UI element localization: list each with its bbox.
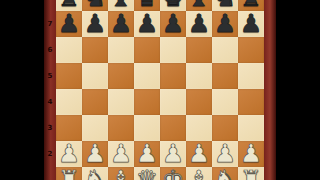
piece-white-knight[interactable]: ♞ — [84, 167, 106, 180]
square-f6[interactable] — [186, 37, 212, 63]
rank-label-6: 6 — [44, 46, 56, 55]
square-e5[interactable] — [160, 63, 186, 89]
square-b6[interactable] — [82, 37, 108, 63]
square-g5[interactable] — [212, 63, 238, 89]
piece-black-pawn[interactable]: ♟ — [214, 11, 236, 37]
square-f2[interactable]: ♟ — [186, 141, 212, 167]
piece-white-pawn[interactable]: ♟ — [188, 141, 210, 167]
rank-label-7: 7 — [44, 20, 56, 29]
square-e7[interactable]: ♟ — [160, 11, 186, 37]
square-c4[interactable] — [108, 89, 134, 115]
square-f4[interactable] — [186, 89, 212, 115]
square-d2[interactable]: ♟ — [134, 141, 160, 167]
piece-black-pawn[interactable]: ♟ — [136, 11, 158, 37]
piece-white-bishop[interactable]: ♝ — [110, 167, 132, 180]
square-h7[interactable]: ♟ — [238, 11, 264, 37]
square-f7[interactable]: ♟ — [186, 11, 212, 37]
square-e1[interactable]: ♚ — [160, 167, 186, 180]
square-e6[interactable] — [160, 37, 186, 63]
square-g1[interactable]: ♞ — [212, 167, 238, 180]
square-d5[interactable] — [134, 63, 160, 89]
piece-white-pawn[interactable]: ♟ — [110, 141, 132, 167]
board-frame-right — [264, 0, 276, 180]
square-e2[interactable]: ♟ — [160, 141, 186, 167]
square-a3[interactable] — [56, 115, 82, 141]
piece-white-pawn[interactable]: ♟ — [214, 141, 236, 167]
square-h4[interactable] — [238, 89, 264, 115]
piece-black-pawn[interactable]: ♟ — [162, 11, 184, 37]
piece-white-knight[interactable]: ♞ — [214, 167, 236, 180]
square-a2[interactable]: ♟ — [56, 141, 82, 167]
square-c7[interactable]: ♟ — [108, 11, 134, 37]
piece-black-pawn[interactable]: ♟ — [188, 11, 210, 37]
piece-white-queen[interactable]: ♛ — [136, 167, 158, 180]
square-h1[interactable]: ♜ — [238, 167, 264, 180]
piece-white-pawn[interactable]: ♟ — [240, 141, 262, 167]
square-g7[interactable]: ♟ — [212, 11, 238, 37]
square-d7[interactable]: ♟ — [134, 11, 160, 37]
piece-black-pawn[interactable]: ♟ — [84, 11, 106, 37]
piece-white-pawn[interactable]: ♟ — [84, 141, 106, 167]
square-h6[interactable] — [238, 37, 264, 63]
square-g3[interactable] — [212, 115, 238, 141]
square-f5[interactable] — [186, 63, 212, 89]
square-b5[interactable] — [82, 63, 108, 89]
piece-white-pawn[interactable]: ♟ — [136, 141, 158, 167]
square-d4[interactable] — [134, 89, 160, 115]
square-f1[interactable]: ♝ — [186, 167, 212, 180]
piece-black-pawn[interactable]: ♟ — [240, 11, 262, 37]
square-g2[interactable]: ♟ — [212, 141, 238, 167]
piece-black-pawn[interactable]: ♟ — [110, 11, 132, 37]
square-a6[interactable] — [56, 37, 82, 63]
square-b4[interactable] — [82, 89, 108, 115]
square-d6[interactable] — [134, 37, 160, 63]
square-h2[interactable]: ♟ — [238, 141, 264, 167]
square-h3[interactable] — [238, 115, 264, 141]
square-b3[interactable] — [82, 115, 108, 141]
square-h5[interactable] — [238, 63, 264, 89]
square-b7[interactable]: ♟ — [82, 11, 108, 37]
piece-white-bishop[interactable]: ♝ — [188, 167, 210, 180]
square-e4[interactable] — [160, 89, 186, 115]
square-c6[interactable] — [108, 37, 134, 63]
square-c3[interactable] — [108, 115, 134, 141]
rank-label-5: 5 — [44, 72, 56, 81]
piece-white-king[interactable]: ♚ — [162, 167, 184, 180]
square-e3[interactable] — [160, 115, 186, 141]
piece-white-pawn[interactable]: ♟ — [162, 141, 184, 167]
square-b1[interactable]: ♞ — [82, 167, 108, 180]
square-c2[interactable]: ♟ — [108, 141, 134, 167]
square-d1[interactable]: ♛ — [134, 167, 160, 180]
board-frame-left: 765432 — [44, 0, 56, 180]
square-g4[interactable] — [212, 89, 238, 115]
square-c5[interactable] — [108, 63, 134, 89]
square-a5[interactable] — [56, 63, 82, 89]
square-a1[interactable]: ♜ — [56, 167, 82, 180]
rank-label-4: 4 — [44, 98, 56, 107]
chess-board: ♜♞♝♛♚♝♞♜♟♟♟♟♟♟♟♟♟♟♟♟♟♟♟♟♜♞♝♛♚♝♞♜ — [56, 0, 264, 180]
rank-label-3: 3 — [44, 124, 56, 133]
square-d3[interactable] — [134, 115, 160, 141]
square-c1[interactable]: ♝ — [108, 167, 134, 180]
piece-white-pawn[interactable]: ♟ — [58, 141, 80, 167]
piece-white-rook[interactable]: ♜ — [240, 167, 262, 180]
piece-black-pawn[interactable]: ♟ — [58, 11, 80, 37]
square-a7[interactable]: ♟ — [56, 11, 82, 37]
square-f3[interactable] — [186, 115, 212, 141]
piece-white-rook[interactable]: ♜ — [58, 167, 80, 180]
square-g6[interactable] — [212, 37, 238, 63]
square-b2[interactable]: ♟ — [82, 141, 108, 167]
square-a4[interactable] — [56, 89, 82, 115]
rank-label-2: 2 — [44, 150, 56, 159]
chess-app-screen: 765432 ♜♞♝♛♚♝♞♜♟♟♟♟♟♟♟♟♟♟♟♟♟♟♟♟♜♞♝♛♚♝♞♜ — [0, 0, 320, 180]
